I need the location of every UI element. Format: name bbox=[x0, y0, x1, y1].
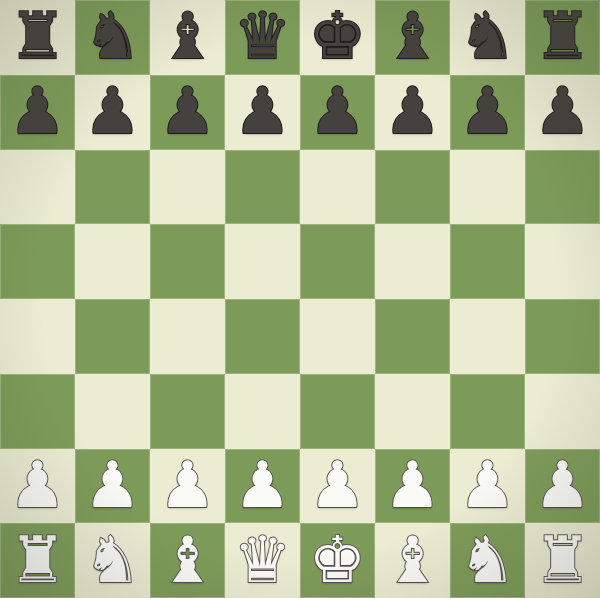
chess-board-area: ♜♞♝♛♚♝♞♜♟♟♟♟♟♟♟♟♟♟♟♟♟♟♟♟♜♞♝♛♚♝♞♜ bbox=[0, 0, 600, 598]
square-g3[interactable] bbox=[450, 374, 525, 449]
square-h1[interactable]: ♜ bbox=[525, 523, 600, 598]
square-b3[interactable] bbox=[75, 374, 150, 449]
square-d1[interactable]: ♛ bbox=[225, 523, 300, 598]
square-c8[interactable]: ♝ bbox=[150, 0, 225, 75]
black-pawn-icon: ♟ bbox=[84, 79, 141, 143]
square-a8[interactable]: ♜ bbox=[0, 0, 75, 75]
black-rook-icon: ♜ bbox=[534, 4, 591, 68]
square-b1[interactable]: ♞ bbox=[75, 523, 150, 598]
white-knight-icon: ♞ bbox=[84, 528, 141, 592]
square-c6[interactable] bbox=[150, 150, 225, 225]
white-knight-icon: ♞ bbox=[459, 528, 516, 592]
square-f1[interactable]: ♝ bbox=[375, 523, 450, 598]
square-e3[interactable] bbox=[300, 374, 375, 449]
square-e7[interactable]: ♟ bbox=[300, 75, 375, 150]
square-a3[interactable] bbox=[0, 374, 75, 449]
square-c3[interactable] bbox=[150, 374, 225, 449]
square-g6[interactable] bbox=[450, 150, 525, 225]
black-pawn-icon: ♟ bbox=[234, 79, 291, 143]
white-rook-icon: ♜ bbox=[9, 528, 66, 592]
black-king-icon: ♚ bbox=[309, 4, 366, 68]
square-h6[interactable] bbox=[525, 150, 600, 225]
black-knight-icon: ♞ bbox=[459, 4, 516, 68]
square-g7[interactable]: ♟ bbox=[450, 75, 525, 150]
white-pawn-icon: ♟ bbox=[459, 453, 516, 517]
square-f5[interactable] bbox=[375, 224, 450, 299]
square-e1[interactable]: ♚ bbox=[300, 523, 375, 598]
white-bishop-icon: ♝ bbox=[384, 528, 441, 592]
square-c7[interactable]: ♟ bbox=[150, 75, 225, 150]
square-b2[interactable]: ♟ bbox=[75, 449, 150, 524]
black-rook-icon: ♜ bbox=[9, 4, 66, 68]
square-d3[interactable] bbox=[225, 374, 300, 449]
square-h7[interactable]: ♟ bbox=[525, 75, 600, 150]
white-pawn-icon: ♟ bbox=[309, 453, 366, 517]
square-e4[interactable] bbox=[300, 299, 375, 374]
square-f6[interactable] bbox=[375, 150, 450, 225]
square-f7[interactable]: ♟ bbox=[375, 75, 450, 150]
square-h2[interactable]: ♟ bbox=[525, 449, 600, 524]
black-knight-icon: ♞ bbox=[84, 4, 141, 68]
black-bishop-icon: ♝ bbox=[159, 4, 216, 68]
square-a7[interactable]: ♟ bbox=[0, 75, 75, 150]
white-pawn-icon: ♟ bbox=[159, 453, 216, 517]
white-pawn-icon: ♟ bbox=[84, 453, 141, 517]
square-h5[interactable] bbox=[525, 224, 600, 299]
square-g5[interactable] bbox=[450, 224, 525, 299]
white-pawn-icon: ♟ bbox=[384, 453, 441, 517]
square-e5[interactable] bbox=[300, 224, 375, 299]
white-pawn-icon: ♟ bbox=[9, 453, 66, 517]
square-e8[interactable]: ♚ bbox=[300, 0, 375, 75]
black-pawn-icon: ♟ bbox=[384, 79, 441, 143]
square-a6[interactable] bbox=[0, 150, 75, 225]
square-c4[interactable] bbox=[150, 299, 225, 374]
square-b6[interactable] bbox=[75, 150, 150, 225]
chess-board: ♜♞♝♛♚♝♞♜♟♟♟♟♟♟♟♟♟♟♟♟♟♟♟♟♜♞♝♛♚♝♞♜ bbox=[0, 0, 600, 598]
square-d6[interactable] bbox=[225, 150, 300, 225]
square-c2[interactable]: ♟ bbox=[150, 449, 225, 524]
black-queen-icon: ♛ bbox=[234, 4, 291, 68]
square-d7[interactable]: ♟ bbox=[225, 75, 300, 150]
black-pawn-icon: ♟ bbox=[159, 79, 216, 143]
square-f3[interactable] bbox=[375, 374, 450, 449]
square-b4[interactable] bbox=[75, 299, 150, 374]
square-g2[interactable]: ♟ bbox=[450, 449, 525, 524]
square-a2[interactable]: ♟ bbox=[0, 449, 75, 524]
square-d5[interactable] bbox=[225, 224, 300, 299]
square-f8[interactable]: ♝ bbox=[375, 0, 450, 75]
white-king-icon: ♚ bbox=[309, 528, 366, 592]
white-rook-icon: ♜ bbox=[534, 528, 591, 592]
square-a4[interactable] bbox=[0, 299, 75, 374]
black-pawn-icon: ♟ bbox=[309, 79, 366, 143]
black-pawn-icon: ♟ bbox=[9, 79, 66, 143]
white-bishop-icon: ♝ bbox=[159, 528, 216, 592]
square-g8[interactable]: ♞ bbox=[450, 0, 525, 75]
square-c5[interactable] bbox=[150, 224, 225, 299]
square-a5[interactable] bbox=[0, 224, 75, 299]
square-e6[interactable] bbox=[300, 150, 375, 225]
square-b8[interactable]: ♞ bbox=[75, 0, 150, 75]
square-e2[interactable]: ♟ bbox=[300, 449, 375, 524]
square-b7[interactable]: ♟ bbox=[75, 75, 150, 150]
black-pawn-icon: ♟ bbox=[459, 79, 516, 143]
square-a1[interactable]: ♜ bbox=[0, 523, 75, 598]
black-pawn-icon: ♟ bbox=[534, 79, 591, 143]
square-g4[interactable] bbox=[450, 299, 525, 374]
square-d2[interactable]: ♟ bbox=[225, 449, 300, 524]
square-h3[interactable] bbox=[525, 374, 600, 449]
white-pawn-icon: ♟ bbox=[234, 453, 291, 517]
square-h8[interactable]: ♜ bbox=[525, 0, 600, 75]
white-pawn-icon: ♟ bbox=[534, 453, 591, 517]
square-g1[interactable]: ♞ bbox=[450, 523, 525, 598]
white-queen-icon: ♛ bbox=[234, 528, 291, 592]
square-h4[interactable] bbox=[525, 299, 600, 374]
square-f4[interactable] bbox=[375, 299, 450, 374]
black-bishop-icon: ♝ bbox=[384, 4, 441, 68]
square-b5[interactable] bbox=[75, 224, 150, 299]
square-d8[interactable]: ♛ bbox=[225, 0, 300, 75]
square-c1[interactable]: ♝ bbox=[150, 523, 225, 598]
square-f2[interactable]: ♟ bbox=[375, 449, 450, 524]
square-d4[interactable] bbox=[225, 299, 300, 374]
